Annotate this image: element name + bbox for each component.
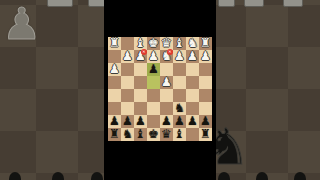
square-a5[interactable] — [199, 89, 212, 102]
square-c5[interactable] — [173, 89, 186, 102]
square-f8[interactable]: ♝ — [134, 128, 147, 141]
square-a4[interactable] — [199, 76, 212, 89]
square-e3[interactable]: ♟ — [147, 63, 160, 76]
square-g7[interactable]: ♟ — [121, 115, 134, 128]
white-pawn-icon: ♟ — [148, 50, 159, 63]
black-pawn-icon: ♟ — [122, 115, 133, 128]
black-knight-icon: ♞ — [122, 128, 133, 141]
white-bishop-icon: ♝ — [174, 37, 185, 50]
blurred-piece-base — [47, 0, 73, 7]
square-b1[interactable]: ♞ — [186, 37, 199, 50]
black-pawn-icon: ♟ — [161, 115, 172, 128]
square-b7[interactable]: ♟ — [186, 115, 199, 128]
square-f6[interactable] — [134, 102, 147, 115]
black-rook-icon: ♜ — [109, 128, 120, 141]
square-f7[interactable]: ♟ — [134, 115, 147, 128]
blurred-piece-base — [244, 0, 264, 7]
blurred-pawn-top — [218, 172, 230, 180]
black-queen-icon: ♛ — [161, 128, 172, 141]
cross-icon: ✕ — [142, 49, 145, 55]
square-b5[interactable] — [186, 89, 199, 102]
square-f3[interactable] — [134, 63, 147, 76]
square-d7[interactable]: ♟ — [160, 115, 173, 128]
square-d6[interactable] — [160, 102, 173, 115]
blurred-pawn-top — [91, 172, 103, 180]
blurred-piece-base — [218, 0, 235, 7]
square-e4[interactable] — [147, 76, 160, 89]
black-bishop-icon: ♝ — [135, 128, 146, 141]
square-b4[interactable] — [186, 76, 199, 89]
black-king-icon: ♚ — [148, 128, 159, 141]
white-pawn-icon: ♟ — [187, 50, 198, 63]
white-pawn-icon: ♟ — [161, 76, 172, 89]
square-c6[interactable]: ♞ — [173, 102, 186, 115]
square-f2[interactable]: ♟✕ — [134, 50, 147, 63]
square-e6[interactable] — [147, 102, 160, 115]
black-bishop-icon: ♝ — [174, 128, 185, 141]
white-rook-icon: ♜ — [109, 37, 120, 50]
cross-icon: ✕ — [168, 49, 171, 55]
square-g5[interactable] — [121, 89, 134, 102]
square-a7[interactable]: ♟ — [199, 115, 212, 128]
short-video-frame: ♟♞ ♜♝♚♛♝♞♜♟♟✕♟♞✕♟♟♟♟♟♟♞♟♟♟♟♟♟♟♜♞♝♚♛♝♜ — [0, 0, 320, 180]
square-a6[interactable] — [199, 102, 212, 115]
white-knight-icon: ♞ — [187, 37, 198, 50]
square-h3[interactable]: ♟ — [108, 63, 121, 76]
square-e2[interactable]: ♟ — [147, 50, 160, 63]
square-c7[interactable]: ♟ — [173, 115, 186, 128]
white-rook-icon: ♜ — [200, 37, 211, 50]
threat-badge: ✕ — [141, 49, 147, 55]
square-g1[interactable] — [121, 37, 134, 50]
chess-board: ♜♝♚♛♝♞♜♟♟✕♟♞✕♟♟♟♟♟♟♞♟♟♟♟♟♟♟♜♞♝♚♛♝♜ — [108, 37, 212, 141]
square-f4[interactable] — [134, 76, 147, 89]
square-e1[interactable]: ♚ — [147, 37, 160, 50]
square-f5[interactable] — [134, 89, 147, 102]
square-d5[interactable] — [160, 89, 173, 102]
black-knight-icon: ♞ — [174, 102, 185, 115]
square-d3[interactable] — [160, 63, 173, 76]
square-a8[interactable]: ♜ — [199, 128, 212, 141]
square-h1[interactable]: ♜ — [108, 37, 121, 50]
square-h6[interactable] — [108, 102, 121, 115]
blurred-pawn-top — [9, 172, 21, 180]
square-h4[interactable] — [108, 76, 121, 89]
square-e5[interactable] — [147, 89, 160, 102]
square-a2[interactable]: ♟ — [199, 50, 212, 63]
square-b2[interactable]: ♟ — [186, 50, 199, 63]
square-g4[interactable] — [121, 76, 134, 89]
square-c3[interactable] — [173, 63, 186, 76]
blurred-piece-base — [283, 0, 303, 7]
square-h2[interactable] — [108, 50, 121, 63]
square-e8[interactable]: ♚ — [147, 128, 160, 141]
square-a1[interactable]: ♜ — [199, 37, 212, 50]
square-g6[interactable] — [121, 102, 134, 115]
square-c2[interactable]: ♟ — [173, 50, 186, 63]
square-c4[interactable] — [173, 76, 186, 89]
square-g3[interactable] — [121, 63, 134, 76]
square-h8[interactable]: ♜ — [108, 128, 121, 141]
square-b8[interactable] — [186, 128, 199, 141]
square-b6[interactable] — [186, 102, 199, 115]
blurred-pawn-top — [52, 172, 64, 180]
square-g8[interactable]: ♞ — [121, 128, 134, 141]
black-rook-icon: ♜ — [200, 128, 211, 141]
white-pawn-icon: ♟ — [109, 63, 120, 76]
blurred-pawn-top — [256, 172, 268, 180]
square-c8[interactable]: ♝ — [173, 128, 186, 141]
square-d8[interactable]: ♛ — [160, 128, 173, 141]
white-pawn-icon: ♟ — [174, 50, 185, 63]
square-e7[interactable] — [147, 115, 160, 128]
square-a3[interactable] — [199, 63, 212, 76]
threat-badge: ✕ — [167, 49, 173, 55]
black-pawn-icon: ♟ — [135, 115, 146, 128]
square-d4[interactable]: ♟ — [160, 76, 173, 89]
white-pawn-icon: ♟ — [200, 50, 211, 63]
square-h5[interactable] — [108, 89, 121, 102]
black-pawn-icon: ♟ — [200, 115, 211, 128]
black-pawn-icon: ♟ — [174, 115, 185, 128]
square-c1[interactable]: ♝ — [173, 37, 186, 50]
white-king-icon: ♚ — [148, 37, 159, 50]
blurred-pawn-icon: ♟ — [2, 2, 41, 46]
square-d2[interactable]: ♞✕ — [160, 50, 173, 63]
blurred-pawn-top — [294, 172, 306, 180]
black-pawn-icon: ♟ — [109, 115, 120, 128]
square-g2[interactable]: ♟ — [121, 50, 134, 63]
black-pawn-icon: ♟ — [148, 63, 159, 76]
square-h7[interactable]: ♟ — [108, 115, 121, 128]
black-pawn-icon: ♟ — [187, 115, 198, 128]
square-b3[interactable] — [186, 63, 199, 76]
white-pawn-icon: ♟ — [122, 50, 133, 63]
